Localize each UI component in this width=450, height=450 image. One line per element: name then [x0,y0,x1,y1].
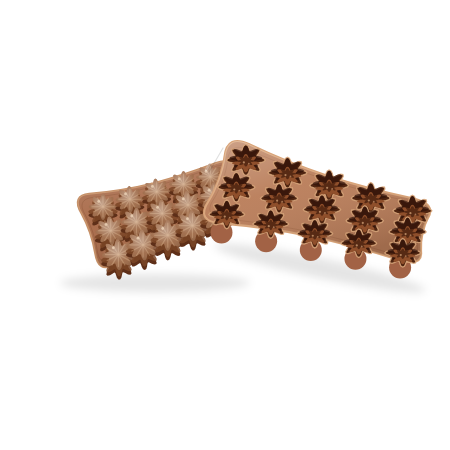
cavity-glint [312,235,314,237]
cavity-glint [238,190,240,192]
mould-cavity [261,184,298,214]
chocolate-speck [124,192,127,195]
cavity-floor [307,229,323,239]
cavity-floor [279,168,297,179]
cavity-floor [399,228,416,239]
mould-cavity [218,172,255,202]
mould-cavity [389,217,426,247]
chocolate-top-sheen [89,193,118,220]
cavity-glint [415,213,417,215]
chocolate-top-sheen [116,186,144,212]
cavity-glint [400,254,402,256]
cavity-glint [331,188,333,190]
cavity-glint [319,211,321,213]
cavity-glint [361,246,363,248]
mould-cavity [297,219,333,248]
chocolate-speck [156,206,159,209]
mould-cavity [226,145,265,176]
cavity-floor [351,239,367,249]
empty-back-mould [204,141,432,279]
scene-canvas [0,0,450,450]
chocolate-speck [130,215,133,218]
chocolate-top-sheen [169,171,198,198]
chocolate-speck [105,223,108,226]
cavity-glint [368,199,370,201]
cavity-glint [273,226,275,228]
cavity-glint [409,212,411,214]
mould-cavity [253,210,289,239]
cavity-floor [404,206,422,217]
chocolate-speck [178,177,181,180]
chocolate-speck [97,200,100,203]
chocolate-speck [182,197,185,200]
cavity-glint [362,222,364,224]
product-photo [0,0,450,450]
cavity-glint [233,188,235,190]
mould-cavity [346,206,383,236]
cavity-floor [395,249,411,259]
cavity-glint [405,233,407,235]
cavity-glint [410,234,412,236]
cavity-floor [219,210,235,220]
cavity-glint [284,174,286,176]
cavity-glint [367,223,369,225]
chocolate-speck [161,227,164,230]
mould-cavity [209,200,245,229]
front-mould-shadow [60,274,250,292]
cavity-glint [326,187,328,189]
mould-cavity [341,229,377,258]
cavity-glint [224,215,226,217]
cavity-glint [317,236,319,238]
cavity-glint [268,225,270,227]
chocolate-speck [137,237,140,240]
mould-cavity [303,195,340,225]
mould-cavity [351,183,390,214]
cavity-glint [324,212,326,214]
cavity-glint [248,163,250,165]
cavity-floor [320,181,338,192]
cavity-glint [229,217,231,219]
cavity-glint [373,201,375,203]
cavity-glint [243,161,245,163]
mould-cavity [268,157,307,188]
chocolate-speck [112,246,115,249]
cavity-glint [281,201,283,203]
mould-cavity [385,239,421,268]
cavity-glint [276,200,278,202]
cavity-glint [290,175,292,177]
chocolate-speck [186,217,189,220]
chocolate-speck [151,185,154,188]
cavity-glint [405,255,407,257]
cavity-floor [263,220,279,230]
cavity-glint [356,244,358,246]
mould-cavity [310,170,349,201]
chocolate-speck [208,189,211,192]
